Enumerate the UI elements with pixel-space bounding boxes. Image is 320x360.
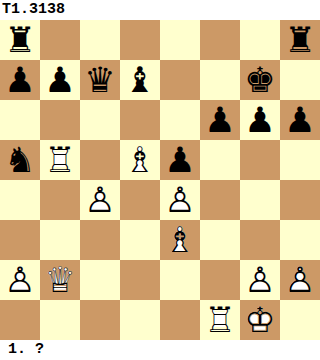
square-d5[interactable]: ♝♗ xyxy=(120,140,160,180)
square-h5[interactable] xyxy=(280,140,320,180)
black-pawn[interactable]: ♟ xyxy=(200,100,240,140)
black-pawn[interactable]: ♟ xyxy=(160,140,200,180)
white-pawn-outline: ♙ xyxy=(280,260,320,300)
square-a7[interactable]: ♟ xyxy=(0,60,40,100)
black-bishop[interactable]: ♝ xyxy=(120,60,160,100)
square-c7[interactable]: ♛ xyxy=(80,60,120,100)
square-c1[interactable] xyxy=(80,300,120,340)
white-king-outline: ♔ xyxy=(240,300,280,340)
white-bishop-outline: ♗ xyxy=(120,140,160,180)
square-c3[interactable] xyxy=(80,220,120,260)
square-b5[interactable]: ♜♖ xyxy=(40,140,80,180)
square-f8[interactable] xyxy=(200,20,240,60)
chess-board: ♜♜♟♟♛♝♚♟♟♟♞♜♖♝♗♟♟♙♟♙♝♗♟♙♛♕♟♙♟♙♜♖♚♔ xyxy=(0,20,320,340)
square-d2[interactable] xyxy=(120,260,160,300)
white-pawn-outline: ♙ xyxy=(160,180,200,220)
square-e1[interactable] xyxy=(160,300,200,340)
square-c5[interactable] xyxy=(80,140,120,180)
square-f5[interactable] xyxy=(200,140,240,180)
white-bishop-outline: ♗ xyxy=(160,220,200,260)
square-b2[interactable]: ♛♕ xyxy=(40,260,80,300)
black-pawn[interactable]: ♟ xyxy=(0,60,40,100)
puzzle-title: T1.3138 xyxy=(0,0,320,20)
black-queen[interactable]: ♛ xyxy=(80,60,120,100)
black-pawn[interactable]: ♟ xyxy=(40,60,80,100)
white-pawn-outline: ♙ xyxy=(240,260,280,300)
black-rook[interactable]: ♜ xyxy=(0,20,40,60)
square-a8[interactable]: ♜ xyxy=(0,20,40,60)
square-g2[interactable]: ♟♙ xyxy=(240,260,280,300)
black-rook[interactable]: ♜ xyxy=(280,20,320,60)
square-f6[interactable]: ♟ xyxy=(200,100,240,140)
square-d3[interactable] xyxy=(120,220,160,260)
square-b8[interactable] xyxy=(40,20,80,60)
black-pawn[interactable]: ♟ xyxy=(280,100,320,140)
black-king[interactable]: ♚ xyxy=(240,60,280,100)
square-g7[interactable]: ♚ xyxy=(240,60,280,100)
square-d6[interactable] xyxy=(120,100,160,140)
square-f4[interactable] xyxy=(200,180,240,220)
square-b3[interactable] xyxy=(40,220,80,260)
square-g1[interactable]: ♚♔ xyxy=(240,300,280,340)
square-d1[interactable] xyxy=(120,300,160,340)
white-rook-outline: ♖ xyxy=(200,300,240,340)
square-e4[interactable]: ♟♙ xyxy=(160,180,200,220)
square-g8[interactable] xyxy=(240,20,280,60)
square-a5[interactable]: ♞ xyxy=(0,140,40,180)
white-queen-outline: ♕ xyxy=(40,260,80,300)
square-a6[interactable] xyxy=(0,100,40,140)
square-f3[interactable] xyxy=(200,220,240,260)
square-h8[interactable]: ♜ xyxy=(280,20,320,60)
square-h4[interactable] xyxy=(280,180,320,220)
square-h1[interactable] xyxy=(280,300,320,340)
square-d7[interactable]: ♝ xyxy=(120,60,160,100)
square-b4[interactable] xyxy=(40,180,80,220)
square-h7[interactable] xyxy=(280,60,320,100)
square-d4[interactable] xyxy=(120,180,160,220)
square-e6[interactable] xyxy=(160,100,200,140)
square-e2[interactable] xyxy=(160,260,200,300)
square-a4[interactable] xyxy=(0,180,40,220)
square-a1[interactable] xyxy=(0,300,40,340)
square-c2[interactable] xyxy=(80,260,120,300)
square-e5[interactable]: ♟ xyxy=(160,140,200,180)
square-c8[interactable] xyxy=(80,20,120,60)
square-g5[interactable] xyxy=(240,140,280,180)
black-pawn[interactable]: ♟ xyxy=(240,100,280,140)
square-e3[interactable]: ♝♗ xyxy=(160,220,200,260)
square-c4[interactable]: ♟♙ xyxy=(80,180,120,220)
square-f7[interactable] xyxy=(200,60,240,100)
square-c6[interactable] xyxy=(80,100,120,140)
square-h3[interactable] xyxy=(280,220,320,260)
move-prompt: 1. ? xyxy=(0,340,320,360)
white-pawn-outline: ♙ xyxy=(80,180,120,220)
square-e7[interactable] xyxy=(160,60,200,100)
square-g6[interactable]: ♟ xyxy=(240,100,280,140)
square-g4[interactable] xyxy=(240,180,280,220)
white-pawn-outline: ♙ xyxy=(0,260,40,300)
square-a3[interactable] xyxy=(0,220,40,260)
square-d8[interactable] xyxy=(120,20,160,60)
square-e8[interactable] xyxy=(160,20,200,60)
black-knight[interactable]: ♞ xyxy=(0,140,40,180)
square-a2[interactable]: ♟♙ xyxy=(0,260,40,300)
square-g3[interactable] xyxy=(240,220,280,260)
square-h6[interactable]: ♟ xyxy=(280,100,320,140)
square-b7[interactable]: ♟ xyxy=(40,60,80,100)
square-h2[interactable]: ♟♙ xyxy=(280,260,320,300)
square-b6[interactable] xyxy=(40,100,80,140)
square-f2[interactable] xyxy=(200,260,240,300)
square-f1[interactable]: ♜♖ xyxy=(200,300,240,340)
square-b1[interactable] xyxy=(40,300,80,340)
white-rook-outline: ♖ xyxy=(40,140,80,180)
